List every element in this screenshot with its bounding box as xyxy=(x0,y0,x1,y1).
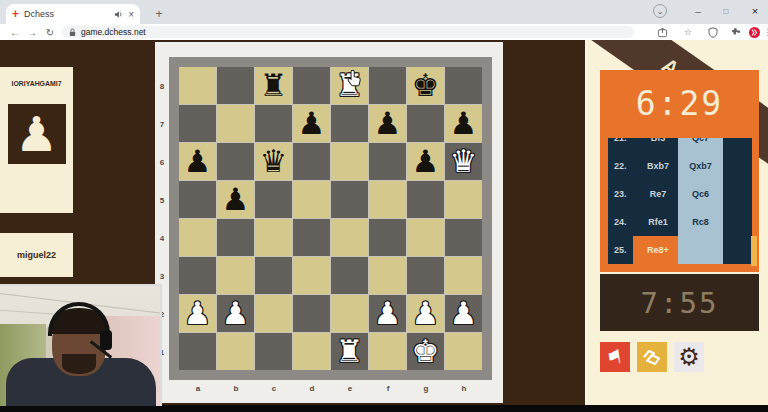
square-e4[interactable] xyxy=(331,219,368,256)
bottom-bar xyxy=(0,405,768,412)
white-move[interactable]: Bxb7 xyxy=(638,152,678,180)
square-h4[interactable] xyxy=(445,219,482,256)
square-b3[interactable] xyxy=(217,257,254,294)
game-sidebar: ALPHA + 6:29 21.Bf3Qc722.Bxb7Qxb723.Re7Q… xyxy=(585,40,768,405)
white-pawn: ♟ xyxy=(412,295,440,332)
square-e5[interactable] xyxy=(331,181,368,218)
square-f8[interactable] xyxy=(369,67,406,104)
square-h2[interactable]: ♟ xyxy=(445,295,482,332)
window-chevron-button[interactable]: ⌄ xyxy=(650,2,670,20)
move-row: 25.Re8+ xyxy=(608,236,752,264)
move-number: 22. xyxy=(608,152,638,180)
handshake-icon xyxy=(640,345,664,369)
gear-icon: ⚙ xyxy=(678,342,700,372)
square-a6[interactable]: ♟ xyxy=(179,143,216,180)
square-h8[interactable] xyxy=(445,67,482,104)
white-move[interactable]: Re8+ xyxy=(633,236,683,264)
square-d5[interactable] xyxy=(293,181,330,218)
file-labels: abcdefgh xyxy=(179,384,483,393)
headset-earcup xyxy=(100,330,112,350)
square-e6[interactable] xyxy=(331,143,368,180)
screen: + Dchess × + ⌄ – □ × ← → ↻ game.dchess.n… xyxy=(0,0,768,412)
board-frame: ♜♜♚♟♟♟♟♛♟♛♟♟♟♟♟♟♜♚ xyxy=(169,57,492,380)
square-c8[interactable]: ♜ xyxy=(255,67,292,104)
browser-menu-icon[interactable]: ⋮ xyxy=(761,25,768,39)
black-pawn: ♟ xyxy=(298,105,326,142)
square-f7[interactable]: ♟ xyxy=(369,105,406,142)
square-a5[interactable] xyxy=(179,181,216,218)
chess-board[interactable]: ♜♜♚♟♟♟♟♛♟♛♟♟♟♟♟♟♜♚ xyxy=(179,67,482,370)
square-a3[interactable] xyxy=(179,257,216,294)
square-e1[interactable]: ♜ xyxy=(331,333,368,370)
white-move[interactable]: Bf3 xyxy=(638,138,678,152)
clock-and-moves-panel: 6:29 21.Bf3Qc722.Bxb7Qxb723.Re7Qc624.Rfe… xyxy=(600,70,759,272)
tab-title: Dchess xyxy=(24,9,109,19)
black-pawn: ♟ xyxy=(184,143,212,180)
move-row: 21.Bf3Qc7 xyxy=(608,138,752,152)
reload-button[interactable]: ↻ xyxy=(43,25,57,39)
square-f5[interactable] xyxy=(369,181,406,218)
black-move[interactable] xyxy=(678,236,723,264)
opponent-card: IORIYAHGAMI7 ♟ xyxy=(0,67,73,213)
square-d7[interactable]: ♟ xyxy=(293,105,330,142)
square-c6[interactable]: ♛ xyxy=(255,143,292,180)
square-g2[interactable]: ♟ xyxy=(407,295,444,332)
square-e2[interactable] xyxy=(331,295,368,332)
black-pawn: ♟ xyxy=(222,181,250,218)
square-c4[interactable] xyxy=(255,219,292,256)
black-rook: ♜ xyxy=(260,67,288,104)
move-list[interactable]: 21.Bf3Qc722.Bxb7Qxb723.Re7Qc624.Rfe1Rc82… xyxy=(608,138,752,264)
square-g4[interactable] xyxy=(407,219,444,256)
square-d1[interactable] xyxy=(293,333,330,370)
black-pawn: ♟ xyxy=(450,105,478,142)
white-pawn: ♟ xyxy=(374,295,402,332)
move-number: 23. xyxy=(608,180,638,208)
square-a4[interactable] xyxy=(179,219,216,256)
square-a2[interactable]: ♟ xyxy=(179,295,216,332)
settings-button[interactable]: ⚙ xyxy=(674,342,704,372)
white-pawn: ♟ xyxy=(222,295,250,332)
square-e7[interactable] xyxy=(331,105,368,142)
board-panel: 87654321 ♜♜♚♟♟♟♟♛♟♛♟♟♟♟♟♟♜♚ abcdefgh xyxy=(155,42,503,403)
square-g7[interactable] xyxy=(407,105,444,142)
square-a7[interactable] xyxy=(179,105,216,142)
new-tab-button[interactable]: + xyxy=(150,5,168,23)
black-pawn-icon: ♟ xyxy=(15,105,58,163)
square-c7[interactable] xyxy=(255,105,292,142)
webcam-video[interactable] xyxy=(0,284,162,406)
black-queen: ♛ xyxy=(260,143,288,180)
hand-cursor-icon xyxy=(347,69,362,88)
browser-tabstrip: + Dchess × + ⌄ – □ × xyxy=(0,0,768,24)
resign-flag-button[interactable]: ⚑ xyxy=(600,342,630,372)
back-button[interactable]: ← xyxy=(8,25,22,39)
white-move[interactable]: Rfe1 xyxy=(638,208,678,236)
move-list-scrollbar[interactable] xyxy=(751,236,757,266)
opponent-color-tile: ♟ xyxy=(8,104,66,164)
square-c2[interactable] xyxy=(255,295,292,332)
player-name: miguel22 xyxy=(17,250,56,260)
opponent-name: IORIYAHGAMI7 xyxy=(3,79,70,88)
address-bar[interactable]: game.dchess.net xyxy=(62,26,634,38)
row-filler xyxy=(723,180,752,208)
move-number: 21. xyxy=(608,138,638,152)
square-b1[interactable] xyxy=(217,333,254,370)
square-g5[interactable] xyxy=(407,181,444,218)
square-h1[interactable] xyxy=(445,333,482,370)
browser-tab-dchess[interactable]: + Dchess × xyxy=(6,4,140,24)
black-move[interactable]: Qc6 xyxy=(678,180,723,208)
window-maximize-button[interactable]: □ xyxy=(716,2,736,20)
flag-icon: ⚑ xyxy=(605,345,625,369)
game-buttons: ⚑ ⚙ xyxy=(600,342,704,372)
shield-icon[interactable] xyxy=(706,25,720,39)
url-text: game.dchess.net xyxy=(81,27,146,37)
square-d2[interactable] xyxy=(293,295,330,332)
square-c1[interactable] xyxy=(255,333,292,370)
player-card: miguel22 xyxy=(0,233,73,277)
square-f2[interactable]: ♟ xyxy=(369,295,406,332)
opponent-clock: 6:29 xyxy=(600,70,759,136)
square-b2[interactable]: ♟ xyxy=(217,295,254,332)
move-row: 24.Rfe1Rc8 xyxy=(608,208,752,236)
square-c5[interactable] xyxy=(255,181,292,218)
square-g1[interactable]: ♚ xyxy=(407,333,444,370)
square-h3[interactable] xyxy=(445,257,482,294)
square-d8[interactable] xyxy=(293,67,330,104)
lock-icon xyxy=(69,28,76,37)
move-number: 24. xyxy=(608,208,638,236)
browser-toolbar: ← → ↻ game.dchess.net ☆ ⋮ xyxy=(0,24,768,40)
square-h6[interactable]: ♛ xyxy=(445,143,482,180)
square-a1[interactable] xyxy=(179,333,216,370)
square-d3[interactable] xyxy=(293,257,330,294)
bookmark-star-icon[interactable]: ☆ xyxy=(681,25,695,39)
row-filler xyxy=(723,236,752,264)
square-f6[interactable] xyxy=(369,143,406,180)
square-f4[interactable] xyxy=(369,219,406,256)
square-g3[interactable] xyxy=(407,257,444,294)
square-b6[interactable] xyxy=(217,143,254,180)
window-minimize-button[interactable]: – xyxy=(688,2,708,20)
hive-extension-icon[interactable] xyxy=(747,25,761,39)
white-pawn: ♟ xyxy=(184,295,212,332)
square-g6[interactable]: ♟ xyxy=(407,143,444,180)
person-beard xyxy=(62,354,96,374)
square-b7[interactable] xyxy=(217,105,254,142)
draw-offer-button[interactable] xyxy=(637,342,667,372)
square-e3[interactable] xyxy=(331,257,368,294)
square-g8[interactable]: ♚ xyxy=(407,67,444,104)
black-move[interactable]: Rc8 xyxy=(678,208,723,236)
move-row: 22.Bxb7Qxb7 xyxy=(608,152,752,180)
white-rook: ♜ xyxy=(336,333,364,370)
row-filler xyxy=(723,152,752,180)
tab-close-icon[interactable]: × xyxy=(128,9,134,20)
square-h5[interactable] xyxy=(445,181,482,218)
share-icon[interactable] xyxy=(655,25,669,39)
extensions-puzzle-icon[interactable] xyxy=(729,25,743,39)
window-close-button[interactable]: × xyxy=(745,2,765,20)
player-clock: 7:55 xyxy=(600,274,759,331)
black-king: ♚ xyxy=(412,67,440,104)
square-b5[interactable]: ♟ xyxy=(217,181,254,218)
square-f1[interactable] xyxy=(369,333,406,370)
row-filler xyxy=(723,208,752,236)
white-move[interactable]: Re7 xyxy=(638,180,678,208)
square-h7[interactable]: ♟ xyxy=(445,105,482,142)
square-c3[interactable] xyxy=(255,257,292,294)
row-filler xyxy=(723,138,752,152)
tab-audio-icon xyxy=(114,10,123,19)
square-a8[interactable] xyxy=(179,67,216,104)
white-king: ♚ xyxy=(412,333,440,370)
square-f3[interactable] xyxy=(369,257,406,294)
square-d6[interactable] xyxy=(293,143,330,180)
white-queen: ♛ xyxy=(450,143,478,180)
black-pawn: ♟ xyxy=(374,105,402,142)
square-d4[interactable] xyxy=(293,219,330,256)
square-b4[interactable] xyxy=(217,219,254,256)
forward-button[interactable]: → xyxy=(25,25,39,39)
move-row: 23.Re7Qc6 xyxy=(608,180,752,208)
black-pawn: ♟ xyxy=(412,143,440,180)
black-move[interactable]: Qxb7 xyxy=(678,152,723,180)
black-move[interactable]: Qc7 xyxy=(678,138,723,152)
dchess-favicon-icon: + xyxy=(12,9,19,19)
white-pawn: ♟ xyxy=(450,295,478,332)
square-b8[interactable] xyxy=(217,67,254,104)
